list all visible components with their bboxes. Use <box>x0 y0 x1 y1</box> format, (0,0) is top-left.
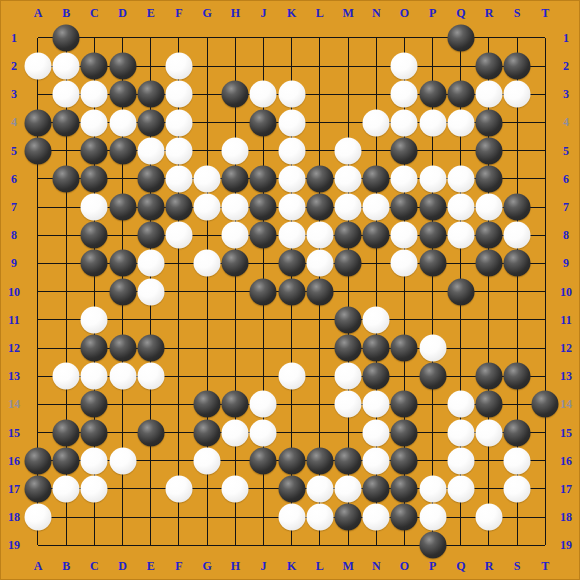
board-cell-F8[interactable] <box>165 221 193 249</box>
board-cell-F17[interactable] <box>165 475 193 503</box>
board-cell-P16[interactable] <box>419 447 447 475</box>
board-cell-H10[interactable] <box>221 278 249 306</box>
board-cell-O13[interactable] <box>390 362 418 390</box>
board-cell-D9[interactable] <box>108 249 136 277</box>
board-cell-H11[interactable] <box>221 306 249 334</box>
board-cell-S5[interactable] <box>503 137 531 165</box>
board-cell-R9[interactable] <box>475 249 503 277</box>
board-cell-Q7[interactable] <box>447 193 475 221</box>
board-cell-P6[interactable] <box>419 165 447 193</box>
board-cell-D12[interactable] <box>108 334 136 362</box>
board-cell-O2[interactable] <box>390 52 418 80</box>
board-cell-N5[interactable] <box>362 137 390 165</box>
board-cell-D13[interactable] <box>108 362 136 390</box>
board-cell-A16[interactable] <box>24 447 52 475</box>
board-cell-Q2[interactable] <box>447 52 475 80</box>
board-cell-D1[interactable] <box>108 24 136 52</box>
board-cell-S13[interactable] <box>503 362 531 390</box>
board-cell-F11[interactable] <box>165 306 193 334</box>
board-cell-N6[interactable] <box>362 165 390 193</box>
board-cell-E17[interactable] <box>137 475 165 503</box>
board-cell-E8[interactable] <box>137 221 165 249</box>
board-cell-G6[interactable] <box>193 165 221 193</box>
board-cell-B18[interactable] <box>52 503 80 531</box>
board-cell-D2[interactable] <box>108 52 136 80</box>
board-cell-M8[interactable] <box>334 221 362 249</box>
board-cell-Q12[interactable] <box>447 334 475 362</box>
board-cell-B16[interactable] <box>52 447 80 475</box>
board-cell-D11[interactable] <box>108 306 136 334</box>
board-cell-M13[interactable] <box>334 362 362 390</box>
board-cell-L3[interactable] <box>306 80 334 108</box>
board-cell-L13[interactable] <box>306 362 334 390</box>
board-cell-M7[interactable] <box>334 193 362 221</box>
board-cell-M5[interactable] <box>334 137 362 165</box>
board-cell-M4[interactable] <box>334 108 362 136</box>
board-cell-A11[interactable] <box>24 306 52 334</box>
board-cell-K3[interactable] <box>278 80 306 108</box>
board-cell-J6[interactable] <box>249 165 277 193</box>
board-cell-P18[interactable] <box>419 503 447 531</box>
board-cell-O9[interactable] <box>390 249 418 277</box>
board-cell-K11[interactable] <box>278 306 306 334</box>
board-cell-M11[interactable] <box>334 306 362 334</box>
board-cell-O12[interactable] <box>390 334 418 362</box>
board-cell-F12[interactable] <box>165 334 193 362</box>
board-cell-S3[interactable] <box>503 80 531 108</box>
board-cell-J17[interactable] <box>249 475 277 503</box>
board-cell-C12[interactable] <box>80 334 108 362</box>
board-cell-K5[interactable] <box>278 137 306 165</box>
board-cell-P10[interactable] <box>419 278 447 306</box>
board-cell-H8[interactable] <box>221 221 249 249</box>
board-cell-N17[interactable] <box>362 475 390 503</box>
board-cell-C8[interactable] <box>80 221 108 249</box>
board-cell-H4[interactable] <box>221 108 249 136</box>
board-cell-C4[interactable] <box>80 108 108 136</box>
board-cell-K4[interactable] <box>278 108 306 136</box>
board-cell-N7[interactable] <box>362 193 390 221</box>
board-cell-J16[interactable] <box>249 447 277 475</box>
board-cell-P5[interactable] <box>419 137 447 165</box>
board-cell-K12[interactable] <box>278 334 306 362</box>
board-cell-R1[interactable] <box>475 24 503 52</box>
board-cell-R15[interactable] <box>475 419 503 447</box>
board-cell-Q13[interactable] <box>447 362 475 390</box>
board-cell-B9[interactable] <box>52 249 80 277</box>
board-cell-O4[interactable] <box>390 108 418 136</box>
board-cell-F13[interactable] <box>165 362 193 390</box>
board-cell-H16[interactable] <box>221 447 249 475</box>
board-cell-J3[interactable] <box>249 80 277 108</box>
board-cell-K7[interactable] <box>278 193 306 221</box>
board-cell-O15[interactable] <box>390 419 418 447</box>
board-cell-N1[interactable] <box>362 24 390 52</box>
board-cell-Q5[interactable] <box>447 137 475 165</box>
board-cell-K13[interactable] <box>278 362 306 390</box>
board-cell-G9[interactable] <box>193 249 221 277</box>
board-cell-A5[interactable] <box>24 137 52 165</box>
board-cell-M2[interactable] <box>334 52 362 80</box>
board-cell-J10[interactable] <box>249 278 277 306</box>
board-cell-Q4[interactable] <box>447 108 475 136</box>
board-cell-L12[interactable] <box>306 334 334 362</box>
board-cell-J15[interactable] <box>249 419 277 447</box>
board-cell-L10[interactable] <box>306 278 334 306</box>
board-cell-N15[interactable] <box>362 419 390 447</box>
board-cell-N9[interactable] <box>362 249 390 277</box>
board-cell-R4[interactable] <box>475 108 503 136</box>
board-cell-D7[interactable] <box>108 193 136 221</box>
board-cell-F6[interactable] <box>165 165 193 193</box>
board-cell-G7[interactable] <box>193 193 221 221</box>
board-cell-A18[interactable] <box>24 503 52 531</box>
board-cell-A14[interactable] <box>24 390 52 418</box>
board-cell-E15[interactable] <box>137 419 165 447</box>
board-cell-G13[interactable] <box>193 362 221 390</box>
board-cell-H1[interactable] <box>221 24 249 52</box>
board-cell-F14[interactable] <box>165 390 193 418</box>
board-cell-C7[interactable] <box>80 193 108 221</box>
board-cell-C17[interactable] <box>80 475 108 503</box>
board-cell-H9[interactable] <box>221 249 249 277</box>
board-cell-P9[interactable] <box>419 249 447 277</box>
board-cell-M9[interactable] <box>334 249 362 277</box>
board-cell-O5[interactable] <box>390 137 418 165</box>
board-cell-C11[interactable] <box>80 306 108 334</box>
board-cell-G16[interactable] <box>193 447 221 475</box>
board-cell-O14[interactable] <box>390 390 418 418</box>
board-cell-N16[interactable] <box>362 447 390 475</box>
board-cell-P1[interactable] <box>419 24 447 52</box>
board-cell-H2[interactable] <box>221 52 249 80</box>
board-cell-J11[interactable] <box>249 306 277 334</box>
board-cell-O8[interactable] <box>390 221 418 249</box>
board-cell-B10[interactable] <box>52 278 80 306</box>
board-cell-C13[interactable] <box>80 362 108 390</box>
board-cell-O11[interactable] <box>390 306 418 334</box>
board-cell-B12[interactable] <box>52 334 80 362</box>
board-cell-G3[interactable] <box>193 80 221 108</box>
board-cell-F1[interactable] <box>165 24 193 52</box>
board-cell-A1[interactable] <box>24 24 52 52</box>
board-cell-D17[interactable] <box>108 475 136 503</box>
board-cell-S6[interactable] <box>503 165 531 193</box>
board-cell-B2[interactable] <box>52 52 80 80</box>
board-cell-M6[interactable] <box>334 165 362 193</box>
board-cell-G5[interactable] <box>193 137 221 165</box>
board-cell-D8[interactable] <box>108 221 136 249</box>
board-cell-S18[interactable] <box>503 503 531 531</box>
board-cell-A8[interactable] <box>24 221 52 249</box>
board-cell-B11[interactable] <box>52 306 80 334</box>
board-cell-S4[interactable] <box>503 108 531 136</box>
board-cell-B7[interactable] <box>52 193 80 221</box>
board-cell-P8[interactable] <box>419 221 447 249</box>
board-cell-L8[interactable] <box>306 221 334 249</box>
board-cell-M17[interactable] <box>334 475 362 503</box>
board-cell-S2[interactable] <box>503 52 531 80</box>
board-cell-O7[interactable] <box>390 193 418 221</box>
board-cell-E9[interactable] <box>137 249 165 277</box>
board-cell-H5[interactable] <box>221 137 249 165</box>
board-cell-O3[interactable] <box>390 80 418 108</box>
board-cell-H13[interactable] <box>221 362 249 390</box>
board-cell-P17[interactable] <box>419 475 447 503</box>
board-cell-D6[interactable] <box>108 165 136 193</box>
board-cell-D3[interactable] <box>108 80 136 108</box>
board-cell-R17[interactable] <box>475 475 503 503</box>
board-cell-J2[interactable] <box>249 52 277 80</box>
board-cell-L1[interactable] <box>306 24 334 52</box>
board-cell-A4[interactable] <box>24 108 52 136</box>
board-cell-B1[interactable] <box>52 24 80 52</box>
board-cell-M14[interactable] <box>334 390 362 418</box>
board-cell-E5[interactable] <box>137 137 165 165</box>
board-cell-E11[interactable] <box>137 306 165 334</box>
board-cell-K6[interactable] <box>278 165 306 193</box>
board-cell-E1[interactable] <box>137 24 165 52</box>
board-cell-B15[interactable] <box>52 419 80 447</box>
board-cell-E2[interactable] <box>137 52 165 80</box>
board-cell-N4[interactable] <box>362 108 390 136</box>
board-cell-H14[interactable] <box>221 390 249 418</box>
board-cell-S11[interactable] <box>503 306 531 334</box>
board-cell-G2[interactable] <box>193 52 221 80</box>
board-cell-L7[interactable] <box>306 193 334 221</box>
board-cell-P4[interactable] <box>419 108 447 136</box>
board-cell-H12[interactable] <box>221 334 249 362</box>
board-cell-L6[interactable] <box>306 165 334 193</box>
board-cell-Q9[interactable] <box>447 249 475 277</box>
board-cell-C14[interactable] <box>80 390 108 418</box>
board-cell-K9[interactable] <box>278 249 306 277</box>
board-cell-P12[interactable] <box>419 334 447 362</box>
board-cell-A2[interactable] <box>24 52 52 80</box>
board-cell-D5[interactable] <box>108 137 136 165</box>
board-cell-Q15[interactable] <box>447 419 475 447</box>
board-cell-R6[interactable] <box>475 165 503 193</box>
board-cell-S15[interactable] <box>503 419 531 447</box>
board-cell-J9[interactable] <box>249 249 277 277</box>
board-cell-J13[interactable] <box>249 362 277 390</box>
board-cell-M3[interactable] <box>334 80 362 108</box>
board-cell-S12[interactable] <box>503 334 531 362</box>
board-cell-S14[interactable] <box>503 390 531 418</box>
board-cell-C10[interactable] <box>80 278 108 306</box>
board-cell-R14[interactable] <box>475 390 503 418</box>
board-cell-G11[interactable] <box>193 306 221 334</box>
board-cell-L11[interactable] <box>306 306 334 334</box>
board-cell-N18[interactable] <box>362 503 390 531</box>
board-cell-R11[interactable] <box>475 306 503 334</box>
board-cell-O6[interactable] <box>390 165 418 193</box>
board-cell-N10[interactable] <box>362 278 390 306</box>
board-cell-E12[interactable] <box>137 334 165 362</box>
board-cell-C2[interactable] <box>80 52 108 80</box>
board-cell-F4[interactable] <box>165 108 193 136</box>
board-cell-J7[interactable] <box>249 193 277 221</box>
board-cell-M1[interactable] <box>334 24 362 52</box>
board-cell-A7[interactable] <box>24 193 52 221</box>
board-cell-R16[interactable] <box>475 447 503 475</box>
board-cell-H7[interactable] <box>221 193 249 221</box>
board-cell-N3[interactable] <box>362 80 390 108</box>
board-cell-B6[interactable] <box>52 165 80 193</box>
board-cell-B3[interactable] <box>52 80 80 108</box>
board-cell-S16[interactable] <box>503 447 531 475</box>
board-cell-R2[interactable] <box>475 52 503 80</box>
board-cell-B5[interactable] <box>52 137 80 165</box>
board-cell-F9[interactable] <box>165 249 193 277</box>
board-cell-S7[interactable] <box>503 193 531 221</box>
board-cell-M10[interactable] <box>334 278 362 306</box>
board-cell-A3[interactable] <box>24 80 52 108</box>
board-cell-N8[interactable] <box>362 221 390 249</box>
board-cell-C6[interactable] <box>80 165 108 193</box>
board-cell-L2[interactable] <box>306 52 334 80</box>
board-cell-E6[interactable] <box>137 165 165 193</box>
board-cell-Q10[interactable] <box>447 278 475 306</box>
board-cell-G10[interactable] <box>193 278 221 306</box>
board-cell-Q1[interactable] <box>447 24 475 52</box>
board-cell-E13[interactable] <box>137 362 165 390</box>
board-cell-O17[interactable] <box>390 475 418 503</box>
board-cell-F2[interactable] <box>165 52 193 80</box>
board-cell-A9[interactable] <box>24 249 52 277</box>
board-cell-K8[interactable] <box>278 221 306 249</box>
board-cell-P11[interactable] <box>419 306 447 334</box>
board-cell-J18[interactable] <box>249 503 277 531</box>
board-cell-D15[interactable] <box>108 419 136 447</box>
board-cell-F18[interactable] <box>165 503 193 531</box>
board-cell-G8[interactable] <box>193 221 221 249</box>
board-cell-A15[interactable] <box>24 419 52 447</box>
board-cell-F16[interactable] <box>165 447 193 475</box>
board-cell-O1[interactable] <box>390 24 418 52</box>
board-cell-E7[interactable] <box>137 193 165 221</box>
board-cell-N14[interactable] <box>362 390 390 418</box>
board-cell-R3[interactable] <box>475 80 503 108</box>
board-cell-G14[interactable] <box>193 390 221 418</box>
board-cell-R12[interactable] <box>475 334 503 362</box>
board-cell-A12[interactable] <box>24 334 52 362</box>
board-cell-S1[interactable] <box>503 24 531 52</box>
board-cell-K14[interactable] <box>278 390 306 418</box>
board-cell-P7[interactable] <box>419 193 447 221</box>
board-cell-J5[interactable] <box>249 137 277 165</box>
board-cell-J14[interactable] <box>249 390 277 418</box>
board-cell-R8[interactable] <box>475 221 503 249</box>
board-cell-C5[interactable] <box>80 137 108 165</box>
board-cell-A6[interactable] <box>24 165 52 193</box>
board-cell-H18[interactable] <box>221 503 249 531</box>
board-cell-P14[interactable] <box>419 390 447 418</box>
board-cell-B4[interactable] <box>52 108 80 136</box>
board-cell-K17[interactable] <box>278 475 306 503</box>
board-cell-P2[interactable] <box>419 52 447 80</box>
board-cell-G17[interactable] <box>193 475 221 503</box>
board-cell-L15[interactable] <box>306 419 334 447</box>
board-cell-H15[interactable] <box>221 419 249 447</box>
board-cell-K16[interactable] <box>278 447 306 475</box>
board-cell-G12[interactable] <box>193 334 221 362</box>
board-cell-S10[interactable] <box>503 278 531 306</box>
board-cell-C16[interactable] <box>80 447 108 475</box>
board-cell-G4[interactable] <box>193 108 221 136</box>
board-cell-E3[interactable] <box>137 80 165 108</box>
board-cell-M12[interactable] <box>334 334 362 362</box>
board-cell-O18[interactable] <box>390 503 418 531</box>
board-cell-K18[interactable] <box>278 503 306 531</box>
board-cell-S9[interactable] <box>503 249 531 277</box>
board-cell-Q16[interactable] <box>447 447 475 475</box>
board-cell-L16[interactable] <box>306 447 334 475</box>
board-cell-E16[interactable] <box>137 447 165 475</box>
board-cell-H3[interactable] <box>221 80 249 108</box>
board-cell-O10[interactable] <box>390 278 418 306</box>
board-cell-J1[interactable] <box>249 24 277 52</box>
board-cell-K2[interactable] <box>278 52 306 80</box>
board-cell-L17[interactable] <box>306 475 334 503</box>
board-cell-P15[interactable] <box>419 419 447 447</box>
board-cell-R5[interactable] <box>475 137 503 165</box>
board-cell-B17[interactable] <box>52 475 80 503</box>
board-cell-E10[interactable] <box>137 278 165 306</box>
board-cell-P3[interactable] <box>419 80 447 108</box>
board-cell-R18[interactable] <box>475 503 503 531</box>
board-cell-Q3[interactable] <box>447 80 475 108</box>
board-cell-C18[interactable] <box>80 503 108 531</box>
board-cell-N11[interactable] <box>362 306 390 334</box>
board-cell-C15[interactable] <box>80 419 108 447</box>
board-cell-D18[interactable] <box>108 503 136 531</box>
board-cell-Q18[interactable] <box>447 503 475 531</box>
board-cell-Q11[interactable] <box>447 306 475 334</box>
board-cell-D16[interactable] <box>108 447 136 475</box>
board-cell-D10[interactable] <box>108 278 136 306</box>
board-cell-G1[interactable] <box>193 24 221 52</box>
board-cell-H17[interactable] <box>221 475 249 503</box>
board-cell-F15[interactable] <box>165 419 193 447</box>
board-cell-B14[interactable] <box>52 390 80 418</box>
board-cell-B13[interactable] <box>52 362 80 390</box>
board-cell-R7[interactable] <box>475 193 503 221</box>
board-cell-R10[interactable] <box>475 278 503 306</box>
board-cell-B8[interactable] <box>52 221 80 249</box>
board-cell-N13[interactable] <box>362 362 390 390</box>
board-cell-D4[interactable] <box>108 108 136 136</box>
board-cell-F10[interactable] <box>165 278 193 306</box>
board-cell-E18[interactable] <box>137 503 165 531</box>
board-cell-K1[interactable] <box>278 24 306 52</box>
board-cell-Q8[interactable] <box>447 221 475 249</box>
board-cell-Q14[interactable] <box>447 390 475 418</box>
board-cell-K15[interactable] <box>278 419 306 447</box>
board-cell-F5[interactable] <box>165 137 193 165</box>
board-cell-L9[interactable] <box>306 249 334 277</box>
board-cell-G15[interactable] <box>193 419 221 447</box>
board-cell-F3[interactable] <box>165 80 193 108</box>
board-cell-M16[interactable] <box>334 447 362 475</box>
board-cell-F7[interactable] <box>165 193 193 221</box>
board-cell-G18[interactable] <box>193 503 221 531</box>
board-cell-R13[interactable] <box>475 362 503 390</box>
board-cell-D14[interactable] <box>108 390 136 418</box>
board-cell-K10[interactable] <box>278 278 306 306</box>
board-cell-H6[interactable] <box>221 165 249 193</box>
board-cell-A17[interactable] <box>24 475 52 503</box>
